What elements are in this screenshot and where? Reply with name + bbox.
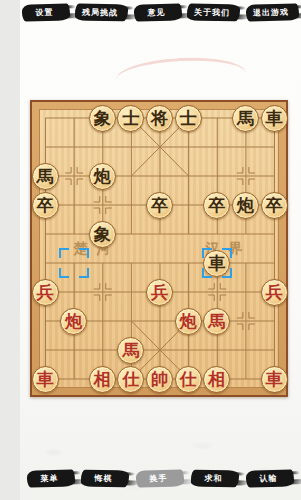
piece-glyph: 士 (122, 105, 139, 132)
piece-red-elephant[interactable]: 相 (89, 366, 116, 393)
board-point-d3[interactable] (117, 307, 146, 336)
board-point-e7[interactable]: 卒 (145, 191, 174, 220)
piece-glyph: 相 (208, 366, 225, 393)
piece-red-horse[interactable]: 馬 (203, 308, 230, 335)
board-point-b5[interactable] (59, 249, 88, 278)
board-point-d5[interactable] (117, 249, 146, 278)
bottom-menu-resign-button[interactable]: 认输 (245, 469, 293, 487)
board-point-g3[interactable]: 馬 (202, 307, 231, 336)
piece-red-soldier[interactable]: 兵 (261, 279, 288, 306)
board-point-h7[interactable]: 炮 (231, 191, 260, 220)
board-point-g8[interactable] (202, 162, 231, 191)
piece-glyph: 馬 (237, 105, 254, 132)
board-point-g10[interactable] (202, 104, 231, 133)
top-menu-exit-game-button[interactable]: 退出游戏 (245, 3, 298, 21)
piece-red-cannon[interactable]: 炮 (60, 308, 87, 335)
board-point-f8[interactable] (174, 162, 203, 191)
board-point-d2[interactable]: 馬 (117, 336, 146, 365)
board-point-i7[interactable]: 卒 (260, 191, 289, 220)
board-point-h1[interactable] (231, 365, 260, 394)
piece-red-chariot[interactable]: 車 (261, 366, 288, 393)
board-point-b1[interactable] (59, 365, 88, 394)
top-menu-settings-button[interactable]: 设置 (21, 3, 69, 21)
board-point-f5[interactable] (174, 249, 203, 278)
last-move-from-marker (59, 248, 89, 278)
piece-glyph: 象 (94, 221, 111, 248)
piece-glyph: 将 (151, 105, 168, 132)
piece-black-cannon[interactable]: 炮 (232, 192, 259, 219)
piece-red-general[interactable]: 帥 (146, 366, 173, 393)
piece-glyph: 車 (37, 366, 54, 393)
piece-black-elephant[interactable]: 象 (89, 221, 116, 248)
piece-red-soldier[interactable]: 兵 (146, 279, 173, 306)
top-menu-feedback-button[interactable]: 意见 (133, 3, 181, 21)
board-point-g4[interactable] (202, 278, 231, 307)
piece-glyph: 卒 (266, 192, 283, 219)
piece-red-horse[interactable]: 馬 (117, 337, 144, 364)
top-menu-bar: 设置残局挑战意见关于我们退出游戏 (20, 4, 301, 21)
board-point-i5[interactable] (260, 249, 289, 278)
piece-glyph: 卒 (37, 192, 54, 219)
board-point-c10[interactable]: 象 (88, 104, 117, 133)
bottom-menu-swap-sides-button[interactable]: 换手 (136, 469, 184, 487)
board-point-f10[interactable]: 士 (174, 104, 203, 133)
board-point-d4[interactable] (117, 278, 146, 307)
board-point-d7[interactable] (117, 191, 146, 220)
board-point-g1[interactable]: 相 (202, 365, 231, 394)
board-point-g9[interactable] (202, 133, 231, 162)
piece-black-soldier[interactable]: 卒 (203, 192, 230, 219)
board-point-b10[interactable] (59, 104, 88, 133)
app-screen: 设置残局挑战意见关于我们退出游戏 楚河 汉界 象士将士馬車馬炮卒卒卒炮卒象車兵兵… (20, 0, 301, 500)
board-point-b8[interactable] (59, 162, 88, 191)
piece-glyph: 兵 (266, 279, 283, 306)
piece-red-advisor[interactable]: 仕 (117, 366, 144, 393)
board-point-a7[interactable]: 卒 (31, 191, 60, 220)
board-point-h6[interactable] (231, 220, 260, 249)
piece-glyph: 帥 (151, 366, 168, 393)
board-point-a10[interactable] (31, 104, 60, 133)
piece-glyph: 車 (208, 250, 225, 277)
board-point-h9[interactable] (231, 133, 260, 162)
piece-glyph: 仕 (122, 366, 139, 393)
board-point-d1[interactable]: 仕 (117, 365, 146, 394)
board-point-i3[interactable] (260, 307, 289, 336)
piece-black-horse[interactable]: 馬 (32, 163, 59, 190)
board-point-b7[interactable] (59, 191, 88, 220)
piece-glyph: 炮 (65, 308, 82, 335)
board-point-i6[interactable] (260, 220, 289, 249)
piece-glyph: 馬 (37, 163, 54, 190)
board-point-a1[interactable]: 車 (31, 365, 60, 394)
board-point-f7[interactable] (174, 191, 203, 220)
board-point-a6[interactable] (31, 220, 60, 249)
board-point-h3[interactable] (231, 307, 260, 336)
board-point-e5[interactable] (145, 249, 174, 278)
board-point-b2[interactable] (59, 336, 88, 365)
board-point-c6[interactable]: 象 (88, 220, 117, 249)
board-point-f3[interactable]: 炮 (174, 307, 203, 336)
board-point-g6[interactable] (202, 220, 231, 249)
xiangqi-board: 楚河 汉界 象士将士馬車馬炮卒卒卒炮卒象車兵兵兵炮炮馬馬車相仕帥仕相車 (30, 100, 288, 397)
board-point-e4[interactable]: 兵 (145, 278, 174, 307)
board-point-c4[interactable] (88, 278, 117, 307)
board-point-c7[interactable] (88, 191, 117, 220)
board-point-c9[interactable] (88, 133, 117, 162)
board-point-e6[interactable] (145, 220, 174, 249)
board-point-e2[interactable] (145, 336, 174, 365)
piece-red-advisor[interactable]: 仕 (175, 366, 202, 393)
board-point-f9[interactable] (174, 133, 203, 162)
board-point-a4[interactable]: 兵 (31, 278, 60, 307)
piece-black-elephant[interactable]: 象 (89, 105, 116, 132)
board-point-c3[interactable] (88, 307, 117, 336)
piece-glyph: 兵 (151, 279, 168, 306)
piece-glyph: 炮 (94, 163, 111, 190)
board-point-c5[interactable] (88, 249, 117, 278)
board-point-a5[interactable] (31, 249, 60, 278)
board-point-i2[interactable] (260, 336, 289, 365)
board-point-f1[interactable]: 仕 (174, 365, 203, 394)
board-point-a8[interactable]: 馬 (31, 162, 60, 191)
piece-black-cannon[interactable]: 炮 (89, 163, 116, 190)
board-point-e3[interactable] (145, 307, 174, 336)
piece-black-soldier[interactable]: 卒 (261, 192, 288, 219)
board-point-d10[interactable]: 士 (117, 104, 146, 133)
board-point-f6[interactable] (174, 220, 203, 249)
board-point-b4[interactable] (59, 278, 88, 307)
board-point-f4[interactable] (174, 278, 203, 307)
board-point-a2[interactable] (31, 336, 60, 365)
piece-glyph: 馬 (122, 337, 139, 364)
board-point-c8[interactable]: 炮 (88, 162, 117, 191)
piece-red-cannon[interactable]: 炮 (175, 308, 202, 335)
piece-glyph: 炮 (180, 308, 197, 335)
board-point-h4[interactable] (231, 278, 260, 307)
board-point-h10[interactable]: 馬 (231, 104, 260, 133)
piece-glyph: 卒 (208, 192, 225, 219)
piece-black-chariot[interactable]: 車 (203, 250, 230, 277)
piece-glyph: 馬 (208, 308, 225, 335)
board-point-d9[interactable] (117, 133, 146, 162)
board-point-a9[interactable] (31, 133, 60, 162)
piece-glyph: 卒 (151, 192, 168, 219)
top-menu-endgame-challenge-button[interactable]: 残局挑战 (75, 4, 128, 22)
piece-glyph: 炮 (237, 192, 254, 219)
board-point-h5[interactable] (231, 249, 260, 278)
paper-grain-texture (20, 432, 301, 500)
board-point-a3[interactable] (31, 307, 60, 336)
piece-glyph: 車 (266, 105, 283, 132)
piece-black-soldier[interactable]: 卒 (32, 192, 59, 219)
piece-red-soldier[interactable]: 兵 (32, 279, 59, 306)
board-point-g7[interactable]: 卒 (202, 191, 231, 220)
board-point-i9[interactable] (260, 133, 289, 162)
board-grid: 象士将士馬車馬炮卒卒卒炮卒象車兵兵兵炮炮馬馬車相仕帥仕相車 (31, 104, 289, 394)
piece-glyph: 仕 (180, 366, 197, 393)
board-point-i8[interactable] (260, 162, 289, 191)
board-point-f2[interactable] (174, 336, 203, 365)
board-point-c1[interactable]: 相 (88, 365, 117, 394)
bottom-menu-undo-move-button[interactable]: 悔棋 (81, 470, 129, 488)
piece-glyph: 士 (180, 105, 197, 132)
board-point-e9[interactable] (145, 133, 174, 162)
board-point-g2[interactable] (202, 336, 231, 365)
piece-glyph: 相 (94, 366, 111, 393)
top-menu-about-us-button[interactable]: 关于我们 (187, 4, 240, 22)
bottom-menu-menu-button[interactable]: 菜单 (26, 469, 74, 487)
board-point-e8[interactable] (145, 162, 174, 191)
piece-glyph: 兵 (37, 279, 54, 306)
piece-black-chariot[interactable]: 車 (261, 105, 288, 132)
board-point-d8[interactable] (117, 162, 146, 191)
piece-red-elephant[interactable]: 相 (203, 366, 230, 393)
piece-black-general[interactable]: 将 (146, 105, 173, 132)
piece-red-chariot[interactable]: 車 (32, 366, 59, 393)
piece-glyph: 象 (94, 105, 111, 132)
piece-black-advisor[interactable]: 士 (117, 105, 144, 132)
board-field: 楚河 汉界 象士将士馬車馬炮卒卒卒炮卒象車兵兵兵炮炮馬馬車相仕帥仕相車 (39, 109, 279, 388)
piece-glyph: 車 (266, 366, 283, 393)
board-point-b3[interactable]: 炮 (59, 307, 88, 336)
board-point-i10[interactable]: 車 (260, 104, 289, 133)
board-point-c2[interactable] (88, 336, 117, 365)
piece-black-advisor[interactable]: 士 (175, 105, 202, 132)
board-point-e1[interactable]: 帥 (145, 365, 174, 394)
bottom-menu-offer-draw-button[interactable]: 求和 (191, 470, 239, 488)
board-point-e10[interactable]: 将 (145, 104, 174, 133)
board-point-b9[interactable] (59, 133, 88, 162)
piece-black-soldier[interactable]: 卒 (146, 192, 173, 219)
board-point-i4[interactable]: 兵 (260, 278, 289, 307)
board-point-d6[interactable] (117, 220, 146, 249)
board-point-g5[interactable]: 車 (202, 249, 231, 278)
board-point-b6[interactable] (59, 220, 88, 249)
faint-watermark (115, 55, 247, 99)
board-point-h8[interactable] (231, 162, 260, 191)
board-point-i1[interactable]: 車 (260, 365, 289, 394)
bottom-menu-bar: 菜单悔棋换手求和认输 (20, 470, 301, 487)
board-point-h2[interactable] (231, 336, 260, 365)
piece-black-horse[interactable]: 馬 (232, 105, 259, 132)
